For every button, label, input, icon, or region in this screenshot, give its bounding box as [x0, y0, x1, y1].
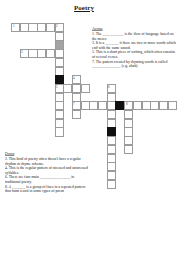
down-header: Down — [5, 151, 90, 156]
clue-number: 6 — [108, 85, 110, 88]
clue-down-8: 8. A _______ is a group of lines in a re… — [5, 184, 90, 193]
grid-cell[interactable] — [55, 127, 64, 136]
across-clues-block: Across 1. The ___________ is the flow of… — [92, 26, 179, 68]
clue-number: 8 — [126, 102, 128, 105]
clue-across-7: 7. The pattern created by rhyming words … — [92, 59, 179, 68]
clue-number: 2 — [56, 24, 58, 27]
grid-cell[interactable] — [168, 101, 177, 110]
clue-across-3: 3. It is a _______ if there are two or m… — [92, 40, 179, 49]
clue-number: 4 — [73, 76, 75, 79]
grid-cell[interactable] — [81, 84, 90, 93]
grid-cell[interactable] — [72, 110, 81, 119]
clue-across-1: 1. The ___________ is the flow of langua… — [92, 31, 179, 40]
down-clues-block: Down 2. This kind of poetry often doesn'… — [5, 151, 90, 193]
clue-down-2: 2. This kind of poetry often doesn't hav… — [5, 156, 90, 165]
grid-cell[interactable] — [107, 180, 116, 189]
grid-cell[interactable] — [124, 145, 133, 154]
clue-down-6: 6. There are four main ________________ … — [5, 175, 90, 184]
across-header: Across — [92, 26, 179, 31]
clue-number: 3 — [21, 50, 23, 53]
clue-number: 7 — [73, 102, 75, 105]
clue-down-4: 4. This is the regular pattern of stress… — [5, 165, 90, 174]
worksheet-page: Poetry 12345678 Across 1. The __________… — [0, 0, 180, 256]
down-clue-list: 2. This kind of poetry often doesn't hav… — [5, 156, 90, 193]
clue-number: 1 — [13, 24, 15, 27]
clue-number: 5 — [56, 85, 58, 88]
across-clue-list: 1. The ___________ is the flow of langua… — [92, 31, 179, 68]
clue-across-5: 5. This is a short piece of writing, whi… — [92, 50, 179, 59]
